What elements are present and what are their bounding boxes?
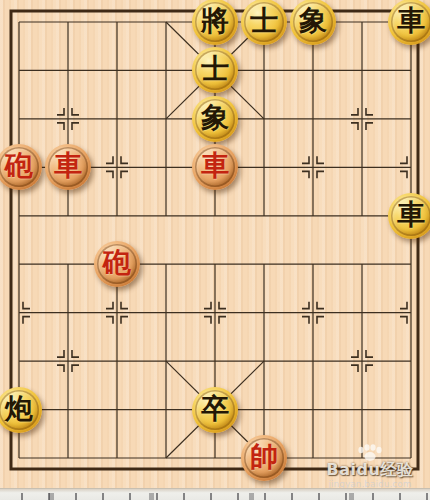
piece-black-象[interactable]: 象 [290,0,336,45]
piece-black-車[interactable]: 車 [388,193,430,239]
piece-black-卒[interactable]: 卒 [192,387,238,433]
board-point: 士 [240,0,289,46]
board-point: 砲 [93,240,142,288]
piece-glyph: 象 [299,7,327,35]
piece-glyph: 士 [250,7,278,35]
next-image-strip [0,488,430,500]
piece-glyph: 炮 [5,395,33,423]
piece-glyph: 士 [201,55,229,83]
piece-glyph: 車 [201,152,229,180]
board-point: 車 [44,143,93,191]
piece-glyph: 砲 [5,152,33,180]
board-point: 車 [387,192,430,240]
piece-black-士[interactable]: 士 [241,0,287,45]
piece-red-車[interactable]: 車 [192,144,238,190]
piece-black-士[interactable]: 士 [192,47,238,93]
board-point: 卒 [191,385,240,433]
piece-red-砲[interactable]: 砲 [0,144,42,190]
board-point: 象 [191,95,240,143]
piece-glyph: 卒 [201,395,229,423]
piece-glyph: 帥 [250,443,278,471]
piece-black-炮[interactable]: 炮 [0,387,42,433]
piece-black-將[interactable]: 將 [192,0,238,45]
board-point: 車 [191,143,240,191]
board-point: 砲 [0,143,44,191]
piece-glyph: 將 [201,7,229,35]
piece-black-象[interactable]: 象 [192,96,238,142]
piece-glyph: 象 [201,104,229,132]
piece-black-車[interactable]: 車 [388,0,430,45]
piece-glyph: 車 [54,152,82,180]
board-point: 象 [289,0,338,46]
piece-red-車[interactable]: 車 [45,144,91,190]
board-point: 炮 [0,385,44,433]
board-grid: 將士象車士象砲車車車砲炮卒帥 [0,0,430,482]
piece-red-帥[interactable]: 帥 [241,435,287,481]
board-point: 將 [191,0,240,46]
board-point: 帥 [240,434,289,482]
piece-red-砲[interactable]: 砲 [94,241,140,287]
board-point: 士 [191,46,240,94]
board-point: 車 [387,0,430,46]
piece-glyph: 車 [397,7,425,35]
screenshot-root: 將士象車士象砲車車車砲炮卒帥 Baidu经验 jingyan.baidu.com [0,0,430,500]
next-image-ticks [0,493,430,500]
piece-glyph: 車 [397,201,425,229]
piece-glyph: 砲 [103,249,131,277]
